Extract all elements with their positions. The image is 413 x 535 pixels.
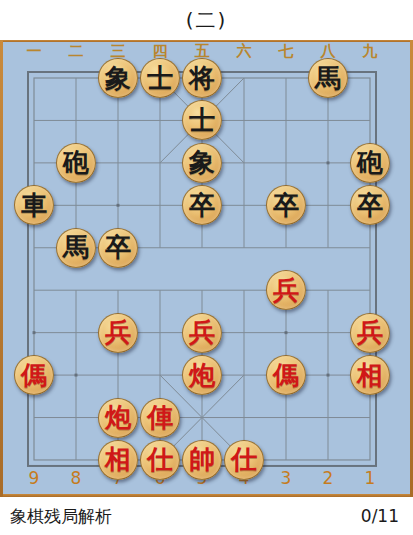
xiangqi-board[interactable]: 一二三四五六七八九 987654321 象士将馬士砲象砲車卒卒卒馬卒兵兵兵兵傌炮… bbox=[0, 40, 413, 497]
piece-black-象[interactable]: 象 bbox=[182, 143, 222, 183]
piece-red-相[interactable]: 相 bbox=[350, 355, 390, 395]
piece-black-卒[interactable]: 卒 bbox=[98, 228, 138, 268]
piece-red-傌[interactable]: 傌 bbox=[266, 355, 306, 395]
piece-black-象[interactable]: 象 bbox=[98, 58, 138, 98]
piece-black-砲[interactable]: 砲 bbox=[56, 143, 96, 183]
piece-red-帥[interactable]: 帥 bbox=[182, 440, 222, 480]
piece-black-士[interactable]: 士 bbox=[140, 58, 180, 98]
piece-red-兵[interactable]: 兵 bbox=[182, 313, 222, 353]
piece-red-炮[interactable]: 炮 bbox=[98, 398, 138, 438]
footer-title: 象棋残局解析 bbox=[10, 505, 112, 528]
move-counter: 0/11 bbox=[361, 506, 399, 526]
footer: 象棋残局解析 0/11 bbox=[0, 497, 413, 535]
page-title: (二) bbox=[0, 0, 413, 40]
piece-red-相[interactable]: 相 bbox=[98, 440, 138, 480]
piece-red-俥[interactable]: 俥 bbox=[140, 398, 180, 438]
piece-red-傌[interactable]: 傌 bbox=[14, 355, 54, 395]
piece-red-兵[interactable]: 兵 bbox=[98, 313, 138, 353]
piece-black-将[interactable]: 将 bbox=[182, 58, 222, 98]
piece-red-兵[interactable]: 兵 bbox=[266, 270, 306, 310]
piece-red-兵[interactable]: 兵 bbox=[350, 313, 390, 353]
piece-black-馬[interactable]: 馬 bbox=[308, 58, 348, 98]
piece-red-仕[interactable]: 仕 bbox=[140, 440, 180, 480]
piece-black-砲[interactable]: 砲 bbox=[350, 143, 390, 183]
piece-red-仕[interactable]: 仕 bbox=[224, 440, 264, 480]
piece-black-馬[interactable]: 馬 bbox=[56, 228, 96, 268]
piece-red-炮[interactable]: 炮 bbox=[182, 355, 222, 395]
